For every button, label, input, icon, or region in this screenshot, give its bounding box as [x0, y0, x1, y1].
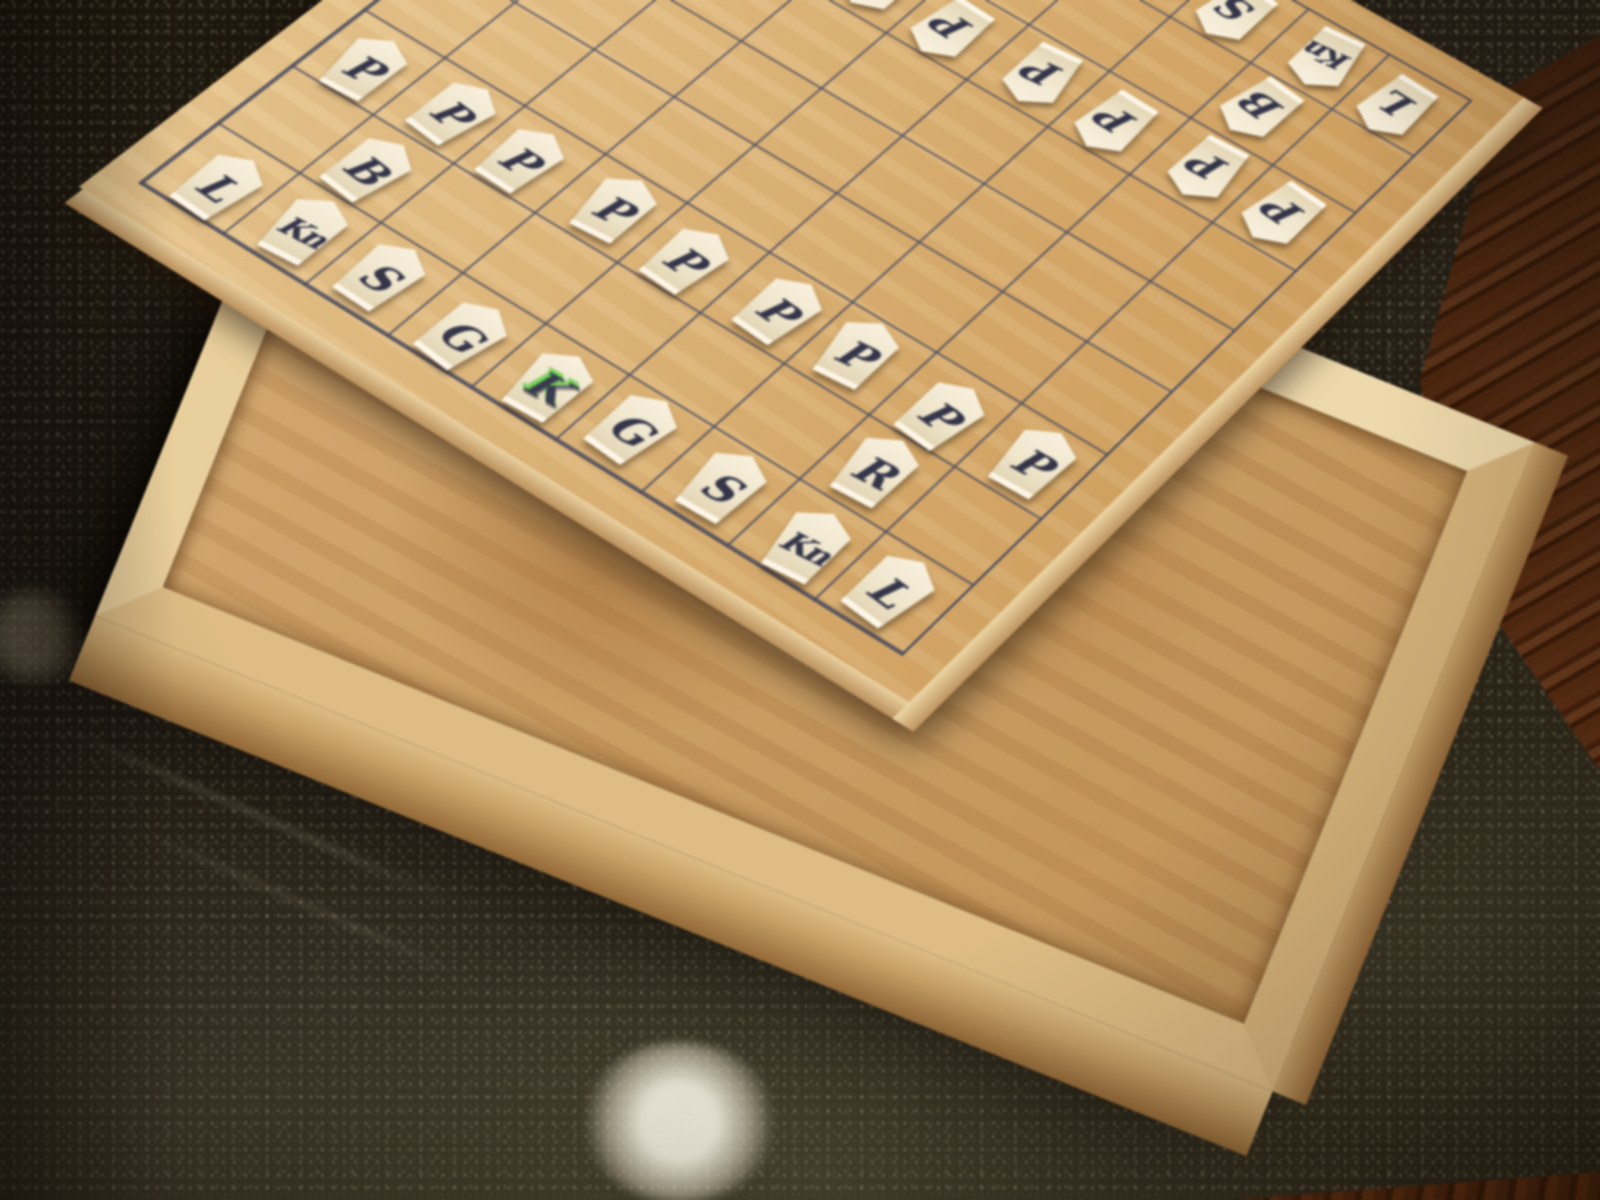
koma-letter: P [335, 49, 391, 89]
koma-letter: P [828, 333, 883, 376]
koma-letter: S [1211, 0, 1262, 29]
koma-letter: P [1090, 101, 1143, 140]
koma-letter: Kn [774, 525, 836, 569]
koma-letter: P [655, 240, 712, 282]
koma-letter: P [1018, 54, 1069, 93]
koma-letter: L [188, 167, 246, 207]
scene: LKnSGKGSKnLRBPPPPPPPPPPPPPPPPPPBRLKnSGKG… [0, 0, 1600, 1200]
koma-letter: P [1183, 147, 1235, 187]
koma-letter: P [910, 394, 968, 437]
koma-letter: P [491, 140, 548, 181]
koma-letter: P [1257, 192, 1311, 232]
koma-letter: K [516, 364, 578, 410]
koma-letter: P [585, 189, 640, 230]
koma-letter: P [422, 94, 480, 134]
koma-letter: G [429, 313, 492, 359]
koma-letter: B [1234, 86, 1290, 127]
koma-letter: Kn [272, 211, 333, 252]
koma-letter: L [859, 569, 917, 614]
koma-letter: S [692, 465, 749, 510]
koma-letter: R [844, 449, 903, 495]
koma-letter: G [599, 406, 662, 453]
koma-letter: L [1372, 86, 1422, 124]
koma-letter: S [350, 256, 408, 298]
koma-letter: B [335, 149, 396, 192]
koma-letter: P [748, 290, 805, 332]
koma-letter: P [1004, 441, 1060, 485]
koma-letter: Kn [1300, 39, 1355, 76]
koma-letter: P [926, 8, 980, 46]
